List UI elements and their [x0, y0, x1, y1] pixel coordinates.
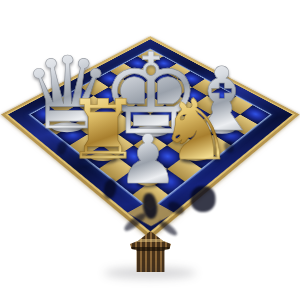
border-reflection	[191, 186, 216, 212]
piece-silver-pawn[interactable]: ♟	[118, 126, 179, 194]
product-photo: ♛♜♚♞♟♝	[0, 0, 300, 300]
border-reflection	[102, 178, 117, 200]
border-reflection	[157, 218, 179, 237]
piece-layer: ♛♜♚♞♟♝	[0, 0, 300, 300]
